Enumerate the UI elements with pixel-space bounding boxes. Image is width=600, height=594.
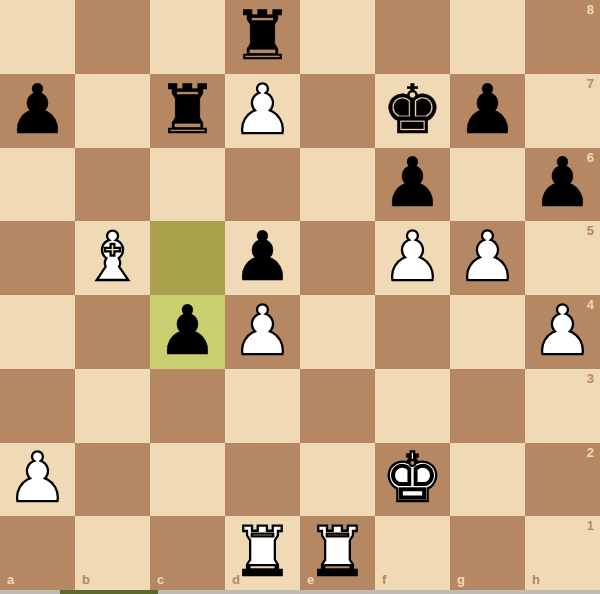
square-b1[interactable]: b [75,516,150,590]
black-pawn-f6[interactable]: ♟ [375,147,450,221]
square-e3[interactable] [300,369,375,443]
rank-label-8: 8 [587,2,594,17]
square-d6[interactable] [225,148,300,222]
white-pawn-h4[interactable]: ♟ [525,294,600,368]
square-g8[interactable] [450,0,525,74]
square-e8[interactable] [300,0,375,74]
square-b3[interactable] [75,369,150,443]
square-h4[interactable]: 4♟ [525,295,600,369]
square-d7[interactable]: ♟ [225,74,300,148]
square-f5[interactable]: ♟ [375,221,450,295]
square-a4[interactable] [0,295,75,369]
white-pawn-d4[interactable]: ♟ [225,294,300,368]
square-e4[interactable] [300,295,375,369]
black-pawn-c4[interactable]: ♟ [150,294,225,368]
file-label-a: a [7,572,14,587]
square-a5[interactable] [0,221,75,295]
square-f8[interactable] [375,0,450,74]
square-d2[interactable] [225,443,300,517]
file-label-b: b [82,572,90,587]
square-h5[interactable]: 5 [525,221,600,295]
square-f6[interactable]: ♟ [375,148,450,222]
square-g6[interactable] [450,148,525,222]
square-f7[interactable]: ♚ [375,74,450,148]
black-rook-c7[interactable]: ♜ [150,73,225,147]
file-label-h: h [532,572,540,587]
black-pawn-a7[interactable]: ♟ [0,73,75,147]
square-a7[interactable]: ♟ [0,74,75,148]
square-b5[interactable]: ♝ [75,221,150,295]
black-king-f7[interactable]: ♚ [375,73,450,147]
square-e6[interactable] [300,148,375,222]
white-rook-d1[interactable]: ♜ [225,515,300,589]
rank-label-5: 5 [587,223,594,238]
square-b6[interactable] [75,148,150,222]
rank-label-2: 2 [587,445,594,460]
black-pawn-h6[interactable]: ♟ [525,147,600,221]
rank-label-3: 3 [587,371,594,386]
square-f2[interactable]: ♚ [375,443,450,517]
square-g7[interactable]: ♟ [450,74,525,148]
white-rook-e1[interactable]: ♜ [300,515,375,589]
chess-app: ♜8♟♜♟♚♟7♟6♟♝♟♟♟5♟♟4♟3♟♚2abcd♜e♜fg1h [0,0,600,594]
square-b2[interactable] [75,443,150,517]
square-e1[interactable]: e♜ [300,516,375,590]
white-pawn-d7[interactable]: ♟ [225,73,300,147]
square-h3[interactable]: 3 [525,369,600,443]
white-pawn-g5[interactable]: ♟ [450,220,525,294]
square-c8[interactable] [150,0,225,74]
square-g2[interactable] [450,443,525,517]
square-h6[interactable]: 6♟ [525,148,600,222]
square-d1[interactable]: d♜ [225,516,300,590]
rank-label-7: 7 [587,76,594,91]
square-a2[interactable]: ♟ [0,443,75,517]
black-pawn-g7[interactable]: ♟ [450,73,525,147]
square-a8[interactable] [0,0,75,74]
bottom-strip [0,590,600,594]
square-d4[interactable]: ♟ [225,295,300,369]
square-d3[interactable] [225,369,300,443]
black-rook-d8[interactable]: ♜ [225,0,300,73]
square-b8[interactable] [75,0,150,74]
square-c5[interactable] [150,221,225,295]
square-b7[interactable] [75,74,150,148]
square-e5[interactable] [300,221,375,295]
square-c6[interactable] [150,148,225,222]
square-c2[interactable] [150,443,225,517]
square-h7[interactable]: 7 [525,74,600,148]
square-g3[interactable] [450,369,525,443]
file-label-f: f [382,572,386,587]
square-e7[interactable] [300,74,375,148]
square-h2[interactable]: 2 [525,443,600,517]
square-f3[interactable] [375,369,450,443]
square-d8[interactable]: ♜ [225,0,300,74]
square-c3[interactable] [150,369,225,443]
square-f4[interactable] [375,295,450,369]
square-b4[interactable] [75,295,150,369]
square-g1[interactable]: g [450,516,525,590]
bottom-strip-accent [60,590,158,594]
square-g4[interactable] [450,295,525,369]
square-c1[interactable]: c [150,516,225,590]
square-e2[interactable] [300,443,375,517]
square-a1[interactable]: a [0,516,75,590]
white-pawn-a2[interactable]: ♟ [0,442,75,516]
white-king-f2[interactable]: ♚ [375,442,450,516]
white-bishop-b5[interactable]: ♝ [75,220,150,294]
square-h1[interactable]: 1h [525,516,600,590]
square-a6[interactable] [0,148,75,222]
black-pawn-d5[interactable]: ♟ [225,220,300,294]
square-c4[interactable]: ♟ [150,295,225,369]
file-label-c: c [157,572,164,587]
square-g5[interactable]: ♟ [450,221,525,295]
square-d5[interactable]: ♟ [225,221,300,295]
square-f1[interactable]: f [375,516,450,590]
chess-board: ♜8♟♜♟♚♟7♟6♟♝♟♟♟5♟♟4♟3♟♚2abcd♜e♜fg1h [0,0,600,590]
file-label-g: g [457,572,465,587]
square-c7[interactable]: ♜ [150,74,225,148]
white-pawn-f5[interactable]: ♟ [375,220,450,294]
rank-label-1: 1 [587,518,594,533]
square-a3[interactable] [0,369,75,443]
square-h8[interactable]: 8 [525,0,600,74]
